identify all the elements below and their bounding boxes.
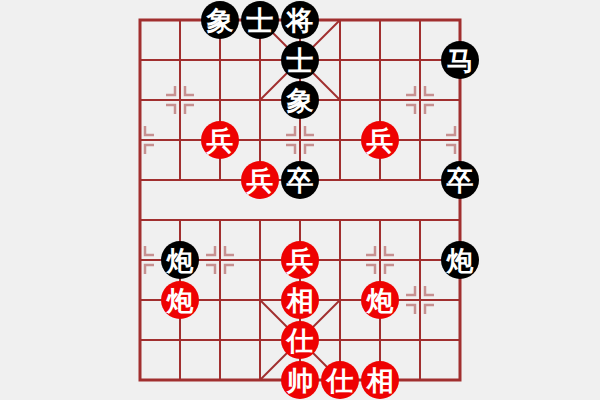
piece-black-soldier[interactable]: 卒: [281, 161, 319, 199]
piece-red-soldier[interactable]: 兵: [281, 241, 319, 279]
piece-red-elephant[interactable]: 相: [281, 281, 319, 319]
piece-black-cannon[interactable]: 炮: [441, 241, 479, 279]
piece-red-cannon[interactable]: 炮: [361, 281, 399, 319]
piece-black-elephant[interactable]: 象: [281, 81, 319, 119]
piece-black-elephant[interactable]: 象: [201, 1, 239, 39]
piece-red-cannon[interactable]: 炮: [161, 281, 199, 319]
piece-red-king[interactable]: 帅: [281, 361, 319, 399]
xiangqi-app: 象士将士马象兵兵兵卒卒炮兵炮炮相炮仕帅仕相: [0, 0, 600, 400]
piece-black-general[interactable]: 将: [281, 1, 319, 39]
piece-black-soldier[interactable]: 卒: [441, 161, 479, 199]
xiangqi-board[interactable]: 象士将士马象兵兵兵卒卒炮兵炮炮相炮仕帅仕相: [0, 0, 600, 400]
piece-red-soldier[interactable]: 兵: [361, 121, 399, 159]
piece-red-soldier[interactable]: 兵: [241, 161, 279, 199]
piece-red-elephant[interactable]: 相: [361, 361, 399, 399]
piece-red-advisor[interactable]: 仕: [321, 361, 359, 399]
piece-red-soldier[interactable]: 兵: [201, 121, 239, 159]
piece-black-horse[interactable]: 马: [441, 41, 479, 79]
piece-black-advisor[interactable]: 士: [241, 1, 279, 39]
piece-black-advisor[interactable]: 士: [281, 41, 319, 79]
piece-black-cannon[interactable]: 炮: [161, 241, 199, 279]
piece-red-advisor[interactable]: 仕: [281, 321, 319, 359]
